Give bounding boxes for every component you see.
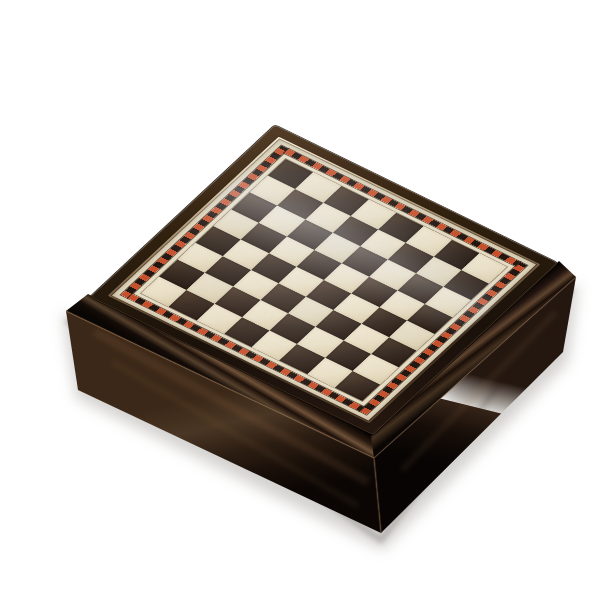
photo-stage <box>0 0 600 600</box>
